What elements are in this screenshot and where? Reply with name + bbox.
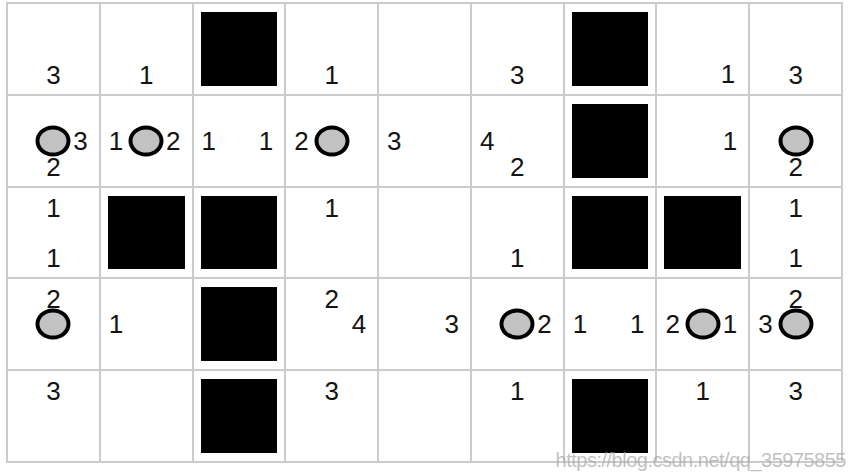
wall-block (572, 104, 649, 178)
cell-r1-c1: 12 (101, 96, 192, 186)
cell-r0-c0: 3 (8, 4, 99, 94)
cell-r0-c4 (379, 4, 470, 94)
stone-circle (314, 125, 349, 156)
clue-number: 1 (788, 245, 802, 271)
clue-number: 2 (665, 311, 679, 337)
clue-number: 1 (696, 378, 710, 404)
cell-r3-c2 (194, 279, 285, 369)
cell-r1-c6 (565, 96, 656, 186)
cell-r0-c5: 3 (472, 4, 563, 94)
clue-number: 2 (788, 154, 802, 180)
wall-block (201, 196, 278, 270)
clue-number: 3 (324, 378, 338, 404)
cell-r3-c4: 3 (379, 279, 470, 369)
clue-number: 3 (510, 62, 524, 88)
cell-r1-c4: 3 (379, 96, 470, 186)
puzzle-grid: 3113132312112324121111112124321121233311… (6, 2, 843, 463)
cell-r1-c3: 2 (286, 96, 377, 186)
clue-number: 4 (480, 128, 494, 154)
clue-number: 3 (46, 378, 60, 404)
cell-r1-c0: 23 (8, 96, 99, 186)
clue-number: 2 (46, 286, 60, 312)
cell-r4-c6 (565, 371, 656, 461)
cell-r3-c3: 24 (286, 279, 377, 369)
cell-r3-c1: 1 (101, 279, 192, 369)
clue-number: 1 (630, 311, 644, 337)
clue-number: 3 (788, 62, 802, 88)
cell-r2-c1 (101, 188, 192, 278)
cell-r3-c8: 23 (750, 279, 841, 369)
cell-r4-c1 (101, 371, 192, 461)
clue-number: 1 (46, 245, 60, 271)
clue-number: 3 (46, 62, 60, 88)
cell-r0-c1: 1 (101, 4, 192, 94)
clue-number: 1 (109, 311, 123, 337)
clue-number: 3 (387, 128, 401, 154)
cell-r0-c2 (194, 4, 285, 94)
cell-r2-c8: 11 (750, 188, 841, 278)
wall-block (664, 196, 741, 270)
stone-circle (129, 125, 164, 156)
cell-r3-c0: 2 (8, 279, 99, 369)
clue-number: 1 (324, 62, 338, 88)
cell-r0-c3: 1 (286, 4, 377, 94)
clue-number: 3 (788, 378, 802, 404)
clue-number: 1 (259, 128, 273, 154)
cell-r2-c5: 1 (472, 188, 563, 278)
wall-block (572, 196, 649, 270)
stone-circle (500, 309, 535, 340)
cell-r4-c7: 1 (657, 371, 748, 461)
cell-r1-c7: 1 (657, 96, 748, 186)
clue-number: 1 (573, 311, 587, 337)
cell-r4-c3: 3 (286, 371, 377, 461)
clue-number: 1 (723, 311, 737, 337)
clue-number: 2 (324, 286, 338, 312)
cell-r1-c2: 11 (194, 96, 285, 186)
clue-number: 1 (324, 195, 338, 221)
clue-number: 1 (723, 128, 737, 154)
clue-number: 4 (352, 311, 366, 337)
cell-r0-c8: 3 (750, 4, 841, 94)
clue-number: 1 (788, 195, 802, 221)
wall-block (572, 379, 649, 453)
wall-block (108, 196, 185, 270)
wall-block (201, 287, 278, 361)
clue-number: 2 (537, 311, 551, 337)
cell-r4-c5: 1 (472, 371, 563, 461)
cell-r2-c3: 1 (286, 188, 377, 278)
stone-circle (685, 309, 720, 340)
cell-r2-c7 (657, 188, 748, 278)
cell-r2-c2 (194, 188, 285, 278)
clue-number: 1 (139, 62, 153, 88)
clue-number: 1 (721, 61, 735, 87)
cell-r4-c0: 3 (8, 371, 99, 461)
clue-number: 3 (444, 311, 458, 337)
cell-r3-c7: 21 (657, 279, 748, 369)
cell-r3-c5: 2 (472, 279, 563, 369)
clue-number: 2 (166, 128, 180, 154)
cell-r1-c5: 24 (472, 96, 563, 186)
cell-r1-c8: 2 (750, 96, 841, 186)
cell-r2-c4 (379, 188, 470, 278)
cell-r0-c7: 1 (657, 4, 748, 94)
clue-number: 3 (73, 128, 87, 154)
clue-number: 2 (788, 286, 802, 312)
cell-r4-c2 (194, 371, 285, 461)
wall-block (572, 12, 649, 86)
clue-number: 2 (294, 128, 308, 154)
clue-number: 2 (46, 154, 60, 180)
clue-number: 1 (510, 378, 524, 404)
cell-r3-c6: 11 (565, 279, 656, 369)
clue-number: 2 (510, 154, 524, 180)
clue-number: 3 (758, 311, 772, 337)
cell-r4-c8: 3 (750, 371, 841, 461)
clue-number: 1 (109, 128, 123, 154)
clue-number: 1 (510, 245, 524, 271)
watermark: https://blog.csdn.net/qq_35975855 (556, 449, 846, 472)
cell-r0-c6 (565, 4, 656, 94)
wall-block (201, 379, 278, 453)
cell-r4-c4 (379, 371, 470, 461)
clue-number: 1 (46, 195, 60, 221)
cell-r2-c6 (565, 188, 656, 278)
clue-number: 1 (202, 128, 216, 154)
cell-r2-c0: 11 (8, 188, 99, 278)
wall-block (201, 12, 278, 86)
